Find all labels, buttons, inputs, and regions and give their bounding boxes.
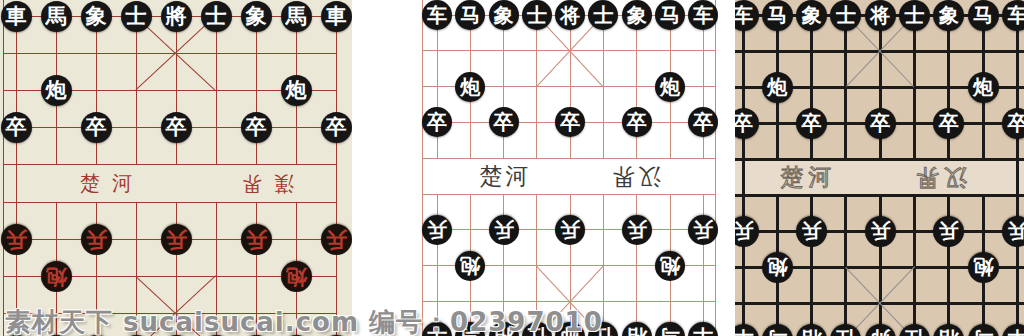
piece-red-elephant[interactable]: 相 xyxy=(933,324,964,336)
board-left[interactable]: 楚河漢界車馬象士將士象馬車炮炮卒卒卒卒卒兵兵兵兵兵炮炮車馬相仕帥仕相馬車 xyxy=(0,0,352,336)
piece-black-cannon[interactable]: 炮 xyxy=(968,72,999,103)
piece-black-horse[interactable]: 马 xyxy=(762,0,793,31)
piece-black-soldier[interactable]: 卒 xyxy=(1002,108,1024,139)
piece-black-cannon[interactable]: 炮 xyxy=(762,72,793,103)
piece-black-soldier[interactable]: 卒 xyxy=(735,108,759,139)
piece-black-chariot[interactable]: 车 xyxy=(422,0,452,30)
piece-red-soldier[interactable]: 兵 xyxy=(321,224,352,255)
piece-red-cannon[interactable]: 炮 xyxy=(41,261,72,292)
piece-black-horse[interactable]: 馬 xyxy=(281,1,312,32)
piece-black-elephant[interactable]: 象 xyxy=(241,1,272,32)
piece-black-general[interactable]: 将 xyxy=(555,0,585,30)
piece-red-soldier[interactable]: 兵 xyxy=(489,215,519,245)
piece-red-elephant[interactable]: 相 xyxy=(796,324,827,336)
piece-black-advisor[interactable]: 士 xyxy=(588,0,618,30)
piece-black-soldier[interactable]: 卒 xyxy=(241,112,272,143)
piece-red-soldier[interactable]: 兵 xyxy=(865,216,896,247)
piece-black-soldier[interactable]: 卒 xyxy=(933,108,964,139)
piece-black-cannon[interactable]: 炮 xyxy=(281,75,312,106)
piece-black-soldier[interactable]: 卒 xyxy=(865,108,896,139)
piece-black-soldier[interactable]: 卒 xyxy=(422,107,452,137)
piece-grid: 車馬象士將士象馬車炮炮卒卒卒卒卒兵兵兵兵兵炮炮車馬相仕帥仕相馬車 xyxy=(0,0,352,336)
piece-red-soldier[interactable]: 兵 xyxy=(1002,216,1024,247)
piece-black-chariot[interactable]: 车 xyxy=(735,0,759,31)
piece-black-elephant[interactable]: 象 xyxy=(622,0,652,30)
piece-red-advisor[interactable]: 仕 xyxy=(899,324,930,336)
piece-black-horse[interactable]: 马 xyxy=(968,0,999,31)
piece-black-soldier[interactable]: 卒 xyxy=(622,107,652,137)
piece-black-cannon[interactable]: 炮 xyxy=(655,72,685,102)
piece-black-advisor[interactable]: 士 xyxy=(899,0,930,31)
piece-black-soldier[interactable]: 卒 xyxy=(81,112,112,143)
piece-black-elephant[interactable]: 象 xyxy=(796,0,827,31)
piece-black-soldier[interactable]: 卒 xyxy=(161,112,192,143)
piece-red-advisor[interactable]: 仕 xyxy=(830,324,861,336)
watermark: 素材天下 sucaisucai.com 编号：02397010 xyxy=(5,305,603,336)
piece-grid: 车马象士将士象马车炮炮卒卒卒卒卒兵兵兵兵兵炮炮车马相仕帅仕相马车 xyxy=(420,0,718,336)
piece-black-chariot[interactable]: 車 xyxy=(321,1,352,32)
piece-red-soldier[interactable]: 兵 xyxy=(735,216,759,247)
piece-red-cannon[interactable]: 炮 xyxy=(968,252,999,283)
piece-red-chariot[interactable]: 车 xyxy=(688,322,718,336)
piece-black-cannon[interactable]: 炮 xyxy=(41,75,72,106)
piece-black-chariot[interactable]: 车 xyxy=(688,0,718,30)
piece-red-soldier[interactable]: 兵 xyxy=(241,224,272,255)
piece-black-advisor[interactable]: 士 xyxy=(522,0,552,30)
piece-black-chariot[interactable]: 車 xyxy=(1,1,32,32)
piece-red-soldier[interactable]: 兵 xyxy=(161,224,192,255)
piece-black-elephant[interactable]: 象 xyxy=(489,0,519,30)
piece-red-soldier[interactable]: 兵 xyxy=(796,216,827,247)
piece-red-elephant[interactable]: 相 xyxy=(622,322,652,336)
piece-black-soldier[interactable]: 卒 xyxy=(321,112,352,143)
piece-red-soldier[interactable]: 兵 xyxy=(555,215,585,245)
piece-red-soldier[interactable]: 兵 xyxy=(81,224,112,255)
piece-black-advisor[interactable]: 士 xyxy=(201,1,232,32)
piece-black-general[interactable]: 将 xyxy=(865,0,896,31)
piece-black-soldier[interactable]: 卒 xyxy=(688,107,718,137)
piece-red-soldier[interactable]: 兵 xyxy=(1,224,32,255)
piece-black-advisor[interactable]: 士 xyxy=(121,1,152,32)
piece-red-soldier[interactable]: 兵 xyxy=(688,215,718,245)
piece-black-soldier[interactable]: 卒 xyxy=(555,107,585,137)
piece-red-cannon[interactable]: 炮 xyxy=(281,261,312,292)
piece-red-chariot[interactable]: 车 xyxy=(735,324,759,336)
piece-black-cannon[interactable]: 炮 xyxy=(455,72,485,102)
piece-black-horse[interactable]: 马 xyxy=(655,0,685,30)
piece-red-soldier[interactable]: 兵 xyxy=(422,215,452,245)
piece-red-horse[interactable]: 马 xyxy=(655,322,685,336)
piece-red-cannon[interactable]: 炮 xyxy=(455,251,485,281)
piece-black-chariot[interactable]: 车 xyxy=(1002,0,1024,31)
piece-black-soldier[interactable]: 卒 xyxy=(796,108,827,139)
piece-black-horse[interactable]: 马 xyxy=(455,0,485,30)
board-middle[interactable]: 楚河汉界车马象士将士象马车炮炮卒卒卒卒卒兵兵兵兵兵炮炮车马相仕帅仕相马车 xyxy=(420,0,718,336)
piece-red-general[interactable]: 帅 xyxy=(865,324,896,336)
piece-grid: 车马象士将士象马车炮炮卒卒卒卒卒兵兵兵兵兵炮炮车马相仕帅仕相马车 xyxy=(735,0,1024,336)
piece-red-soldier[interactable]: 兵 xyxy=(622,215,652,245)
piece-black-advisor[interactable]: 士 xyxy=(830,0,861,31)
piece-red-cannon[interactable]: 炮 xyxy=(762,252,793,283)
piece-red-cannon[interactable]: 炮 xyxy=(655,251,685,281)
piece-black-soldier[interactable]: 卒 xyxy=(1,112,32,143)
piece-black-elephant[interactable]: 象 xyxy=(81,1,112,32)
piece-red-horse[interactable]: 马 xyxy=(968,324,999,336)
piece-red-chariot[interactable]: 车 xyxy=(1002,324,1024,336)
board-right[interactable]: 楚河汉界车马象士将士象马车炮炮卒卒卒卒卒兵兵兵兵兵炮炮车马相仕帅仕相马车 xyxy=(735,0,1024,336)
piece-red-horse[interactable]: 马 xyxy=(762,324,793,336)
canvas: 楚河漢界車馬象士將士象馬車炮炮卒卒卒卒卒兵兵兵兵兵炮炮車馬相仕帥仕相馬車 楚河汉… xyxy=(0,0,1024,336)
piece-red-soldier[interactable]: 兵 xyxy=(933,216,964,247)
piece-black-soldier[interactable]: 卒 xyxy=(489,107,519,137)
piece-black-elephant[interactable]: 象 xyxy=(933,0,964,31)
piece-black-general[interactable]: 將 xyxy=(161,1,192,32)
piece-black-horse[interactable]: 馬 xyxy=(41,1,72,32)
